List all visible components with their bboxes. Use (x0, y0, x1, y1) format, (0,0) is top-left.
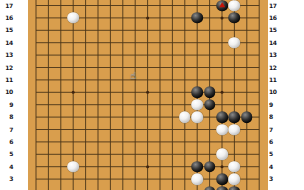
stone-black-O10: ● (191, 87, 203, 99)
row-label-right-12: 12 (269, 65, 281, 71)
stone-black-O4: ● (191, 161, 203, 173)
row-label-left-6: 6 (1, 139, 13, 145)
row-label-left-4: 4 (1, 164, 13, 170)
row-label-right-15: 15 (269, 27, 281, 33)
stone-white-D16: ○ (67, 12, 79, 24)
row-label-left-3: 3 (1, 176, 13, 182)
stone-black-R8: ● (229, 111, 241, 123)
row-label-right-4: 4 (269, 164, 281, 170)
row-label-left-9: 9 (1, 102, 13, 108)
row-label-right-7: 7 (269, 127, 281, 133)
stone-white-R17: ○ (229, 0, 241, 11)
row-label-left-10: 10 (1, 89, 13, 95)
row-label-left-16: 16 (1, 15, 13, 21)
row-label-left-14: 14 (1, 40, 13, 46)
stone-white-O3: ○ (191, 173, 203, 185)
row-label-left-7: 7 (1, 127, 13, 133)
stone-white-R4: ○ (229, 161, 241, 173)
stone-black-Q2: ● (216, 186, 228, 190)
stone-black-S8: ● (241, 111, 253, 123)
stone-white-R3: ○ (229, 173, 241, 185)
stone-black-Q3: ● (216, 173, 228, 185)
row-label-right-11: 11 (269, 77, 281, 83)
row-label-left-13: 13 (1, 52, 13, 58)
row-label-left-8: 8 (1, 114, 13, 120)
row-label-right-3: 3 (269, 176, 281, 182)
row-label-left-11: 11 (1, 77, 13, 83)
stone-white-D4: ○ (67, 161, 79, 173)
stone-black-Q8: ● (216, 111, 228, 123)
row-label-right-6: 6 (269, 139, 281, 145)
stone-black-R16: ● (229, 12, 241, 24)
stone-black-P10: ● (204, 87, 216, 99)
stone-white-O9: ○ (191, 99, 203, 111)
go-board-screen: ●●●●●●●●●●●●●●●○○○○○○○○○○○○○ 17171616151… (0, 0, 304, 190)
row-label-right-14: 14 (269, 40, 281, 46)
stone-white-N8: ○ (179, 111, 191, 123)
row-label-left-12: 12 (1, 65, 13, 71)
row-label-right-13: 13 (269, 52, 281, 58)
stone-black-P2: ● (204, 186, 216, 190)
stone-black-P9: ● (204, 99, 216, 111)
row-label-left-5: 5 (1, 151, 13, 157)
stone-white-Q7: ○ (216, 124, 228, 136)
stone-white-O8: ○ (191, 111, 203, 123)
row-label-right-9: 9 (269, 102, 281, 108)
stone-black-Q17: ● (216, 0, 228, 11)
row-label-right-8: 8 (269, 114, 281, 120)
go-board-grid[interactable] (0, 0, 304, 190)
row-label-left-15: 15 (1, 27, 13, 33)
row-label-right-10: 10 (269, 89, 281, 95)
stone-white-Q5: ○ (216, 149, 228, 161)
row-label-right-17: 17 (269, 3, 281, 9)
last-move-triangle-marker (219, 3, 225, 8)
stone-white-R14: ○ (229, 37, 241, 49)
row-label-left-17: 17 (1, 3, 13, 9)
row-label-right-5: 5 (269, 151, 281, 157)
row-label-right-16: 16 (269, 15, 281, 21)
stone-black-R2: ● (229, 186, 241, 190)
stone-black-P4: ● (204, 161, 216, 173)
stone-white-R7: ○ (229, 124, 241, 136)
stone-black-O16: ● (191, 12, 203, 24)
